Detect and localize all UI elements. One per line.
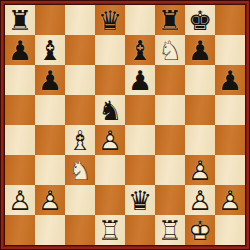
piece-white-pawn: ♟♙	[5, 185, 35, 215]
piece-white-pawn: ♟♙	[185, 185, 215, 215]
piece-black-pawn: ♟	[125, 65, 155, 95]
square-g7[interactable]: ♟	[185, 35, 215, 65]
piece-black-rook: ♜	[5, 5, 35, 35]
square-f4[interactable]	[155, 125, 185, 155]
piece-black-pawn: ♟	[185, 35, 215, 65]
square-d4[interactable]: ♟♙	[95, 125, 125, 155]
square-g3[interactable]: ♟♙	[185, 155, 215, 185]
square-g5[interactable]	[185, 95, 215, 125]
square-d5[interactable]: ♞	[95, 95, 125, 125]
square-g2[interactable]: ♟♙	[185, 185, 215, 215]
square-h5[interactable]	[215, 95, 245, 125]
square-h1[interactable]	[215, 215, 245, 245]
square-d6[interactable]	[95, 65, 125, 95]
piece-black-queen: ♛	[125, 185, 155, 215]
square-a5[interactable]	[5, 95, 35, 125]
square-e8[interactable]	[125, 5, 155, 35]
piece-black-pawn: ♟	[35, 65, 65, 95]
square-f6[interactable]	[155, 65, 185, 95]
square-a1[interactable]	[5, 215, 35, 245]
square-b7[interactable]: ♝	[35, 35, 65, 65]
square-f2[interactable]	[155, 185, 185, 215]
square-e7[interactable]: ♝	[125, 35, 155, 65]
square-f8[interactable]: ♜	[155, 5, 185, 35]
piece-white-knight: ♞♘	[155, 35, 185, 65]
square-b8[interactable]	[35, 5, 65, 35]
square-f1[interactable]: ♜♖	[155, 215, 185, 245]
square-a4[interactable]	[5, 125, 35, 155]
square-b6[interactable]: ♟	[35, 65, 65, 95]
square-h8[interactable]	[215, 5, 245, 35]
piece-white-pawn: ♟♙	[95, 125, 125, 155]
square-h7[interactable]	[215, 35, 245, 65]
piece-black-pawn: ♟	[215, 65, 245, 95]
square-b3[interactable]	[35, 155, 65, 185]
chess-board: ♜♛♜♚♟♝♝♞♘♟♟♟♟♞♝♗♟♙♞♘♟♙♟♙♟♙♛♟♙♟♙♜♖♜♖♚♔	[5, 5, 245, 245]
piece-black-queen: ♛	[95, 5, 125, 35]
square-h2[interactable]: ♟♙	[215, 185, 245, 215]
square-h3[interactable]	[215, 155, 245, 185]
square-c7[interactable]	[65, 35, 95, 65]
square-a6[interactable]	[5, 65, 35, 95]
square-b5[interactable]	[35, 95, 65, 125]
square-f7[interactable]: ♞♘	[155, 35, 185, 65]
square-d1[interactable]: ♜♖	[95, 215, 125, 245]
square-d3[interactable]	[95, 155, 125, 185]
square-d7[interactable]	[95, 35, 125, 65]
square-d2[interactable]	[95, 185, 125, 215]
piece-black-rook: ♜	[155, 5, 185, 35]
piece-black-pawn: ♟	[5, 35, 35, 65]
piece-white-rook: ♜♖	[95, 215, 125, 245]
square-g6[interactable]	[185, 65, 215, 95]
piece-black-knight: ♞	[95, 95, 125, 125]
square-c1[interactable]	[65, 215, 95, 245]
square-a3[interactable]	[5, 155, 35, 185]
piece-white-bishop: ♝♗	[65, 125, 95, 155]
square-g1[interactable]: ♚♔	[185, 215, 215, 245]
piece-black-bishop: ♝	[35, 35, 65, 65]
square-a2[interactable]: ♟♙	[5, 185, 35, 215]
square-c2[interactable]	[65, 185, 95, 215]
square-b4[interactable]	[35, 125, 65, 155]
square-h4[interactable]	[215, 125, 245, 155]
square-a7[interactable]: ♟	[5, 35, 35, 65]
square-e4[interactable]	[125, 125, 155, 155]
piece-white-pawn: ♟♙	[215, 185, 245, 215]
square-e3[interactable]	[125, 155, 155, 185]
square-b2[interactable]: ♟♙	[35, 185, 65, 215]
square-d8[interactable]: ♛	[95, 5, 125, 35]
square-b1[interactable]	[35, 215, 65, 245]
square-e1[interactable]	[125, 215, 155, 245]
square-c8[interactable]	[65, 5, 95, 35]
square-c3[interactable]: ♞♘	[65, 155, 95, 185]
piece-white-knight: ♞♘	[65, 155, 95, 185]
square-e2[interactable]: ♛	[125, 185, 155, 215]
square-f3[interactable]	[155, 155, 185, 185]
square-f5[interactable]	[155, 95, 185, 125]
piece-white-rook: ♜♖	[155, 215, 185, 245]
square-g8[interactable]: ♚	[185, 5, 215, 35]
square-e6[interactable]: ♟	[125, 65, 155, 95]
piece-black-king: ♚	[185, 5, 215, 35]
square-e5[interactable]	[125, 95, 155, 125]
piece-white-pawn: ♟♙	[185, 155, 215, 185]
square-c4[interactable]: ♝♗	[65, 125, 95, 155]
chess-diagram: ♜♛♜♚♟♝♝♞♘♟♟♟♟♞♝♗♟♙♞♘♟♙♟♙♟♙♛♟♙♟♙♜♖♜♖♚♔	[0, 0, 250, 250]
square-c5[interactable]	[65, 95, 95, 125]
square-c6[interactable]	[65, 65, 95, 95]
square-h6[interactable]: ♟	[215, 65, 245, 95]
piece-black-bishop: ♝	[125, 35, 155, 65]
piece-white-pawn: ♟♙	[35, 185, 65, 215]
square-a8[interactable]: ♜	[5, 5, 35, 35]
piece-white-king: ♚♔	[185, 215, 215, 245]
square-g4[interactable]	[185, 125, 215, 155]
